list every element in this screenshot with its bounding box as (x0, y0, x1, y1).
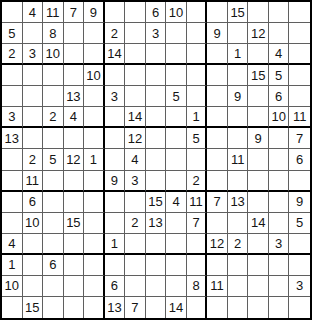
cell-r9c7-given[interactable]: 15 (146, 192, 167, 213)
cell-r4c5-given[interactable]: 3 (105, 86, 126, 107)
cell-r4c6-empty[interactable] (125, 86, 146, 107)
cell-r5c14-given[interactable]: 11 (289, 107, 310, 128)
cell-r12c4-empty[interactable] (84, 255, 105, 276)
cell-r7c10-empty[interactable] (207, 149, 228, 170)
cell-r14c9-empty[interactable] (187, 297, 208, 318)
cell-r13c14-given[interactable]: 3 (289, 276, 310, 297)
cell-r1c6-empty[interactable] (125, 23, 146, 44)
cell-r12c14-empty[interactable] (289, 255, 310, 276)
cell-r2c14-empty[interactable] (289, 44, 310, 65)
cell-r1c8-empty[interactable] (166, 23, 187, 44)
cell-r9c4-empty[interactable] (84, 192, 105, 213)
cell-r11c11-given[interactable]: 2 (228, 234, 249, 255)
cell-r9c12-empty[interactable] (248, 192, 269, 213)
cell-r9c1-given[interactable]: 6 (23, 192, 44, 213)
cell-r6c12-given[interactable]: 9 (248, 128, 269, 149)
cell-r3c12-given[interactable]: 15 (248, 65, 269, 86)
cell-r13c4-empty[interactable] (84, 276, 105, 297)
cell-r10c11-empty[interactable] (228, 213, 249, 234)
cell-r8c5-given[interactable]: 9 (105, 171, 126, 192)
cell-r5c4-empty[interactable] (84, 107, 105, 128)
cell-r14c2-empty[interactable] (43, 297, 64, 318)
cell-r12c1-empty[interactable] (23, 255, 44, 276)
cell-r9c9-given[interactable]: 11 (187, 192, 208, 213)
cell-r13c13-empty[interactable] (269, 276, 290, 297)
cell-r4c2-empty[interactable] (43, 86, 64, 107)
cell-r5c7-empty[interactable] (146, 107, 167, 128)
cell-r12c3-empty[interactable] (64, 255, 85, 276)
cell-r6c1-empty[interactable] (23, 128, 44, 149)
cell-r3c8-empty[interactable] (166, 65, 187, 86)
cell-r6c2-empty[interactable] (43, 128, 64, 149)
cell-r12c11-empty[interactable] (228, 255, 249, 276)
cell-r8c12-empty[interactable] (248, 171, 269, 192)
cell-r10c9-given[interactable]: 7 (187, 213, 208, 234)
cell-r7c14-given[interactable]: 6 (289, 149, 310, 170)
sudoku-board: 4117961015582391223101414101551335963241… (0, 0, 312, 320)
cell-r0c14-empty[interactable] (289, 2, 310, 23)
cell-r2c13-given[interactable]: 4 (269, 44, 290, 65)
cell-r11c1-empty[interactable] (23, 234, 44, 255)
cell-r0c12-empty[interactable] (248, 2, 269, 23)
cell-r7c11-given[interactable]: 11 (228, 149, 249, 170)
cell-r7c2-given[interactable]: 5 (43, 149, 64, 170)
cell-r7c3-given[interactable]: 12 (64, 149, 85, 170)
cell-r6c11-empty[interactable] (228, 128, 249, 149)
cell-r1c13-empty[interactable] (269, 23, 290, 44)
cell-r2c0-given[interactable]: 2 (2, 44, 23, 65)
cell-r2c11-given[interactable]: 1 (228, 44, 249, 65)
cell-r11c14-empty[interactable] (289, 234, 310, 255)
cell-r7c12-empty[interactable] (248, 149, 269, 170)
cell-r3c4-given[interactable]: 10 (84, 65, 105, 86)
cell-r7c0-empty[interactable] (2, 149, 23, 170)
cell-r5c1-empty[interactable] (23, 107, 44, 128)
cell-r13c5-given[interactable]: 6 (105, 276, 126, 297)
cell-r8c3-empty[interactable] (64, 171, 85, 192)
cell-r10c13-empty[interactable] (269, 213, 290, 234)
cell-r1c12-given[interactable]: 12 (248, 23, 269, 44)
cell-r1c11-empty[interactable] (228, 23, 249, 44)
cell-r9c11-given[interactable]: 13 (228, 192, 249, 213)
cell-r11c7-empty[interactable] (146, 234, 167, 255)
cell-r7c4-given[interactable]: 1 (84, 149, 105, 170)
cell-r9c6-empty[interactable] (125, 192, 146, 213)
cell-r10c6-given[interactable]: 2 (125, 213, 146, 234)
cell-r1c7-given[interactable]: 3 (146, 23, 167, 44)
cell-r8c1-given[interactable]: 11 (23, 171, 44, 192)
cell-r9c13-empty[interactable] (269, 192, 290, 213)
cell-r0c11-given[interactable]: 15 (228, 2, 249, 23)
cell-r9c0-empty[interactable] (2, 192, 23, 213)
cell-r9c10-given[interactable]: 7 (207, 192, 228, 213)
cell-r5c2-given[interactable]: 2 (43, 107, 64, 128)
cell-r11c13-given[interactable]: 3 (269, 234, 290, 255)
cell-r14c11-empty[interactable] (228, 297, 249, 318)
cell-r0c2-given[interactable]: 11 (43, 2, 64, 23)
cell-r6c14-given[interactable]: 7 (289, 128, 310, 149)
cell-r4c1-empty[interactable] (23, 86, 44, 107)
cell-r2c9-empty[interactable] (187, 44, 208, 65)
cell-r0c1-given[interactable]: 4 (23, 2, 44, 23)
cell-r6c7-empty[interactable] (146, 128, 167, 149)
cell-r4c0-empty[interactable] (2, 86, 23, 107)
cell-r4c11-given[interactable]: 9 (228, 86, 249, 107)
cell-r7c8-empty[interactable] (166, 149, 187, 170)
cell-r13c8-empty[interactable] (166, 276, 187, 297)
cell-r3c13-given[interactable]: 5 (269, 65, 290, 86)
cell-r9c8-given[interactable]: 4 (166, 192, 187, 213)
cell-r14c14-empty[interactable] (289, 297, 310, 318)
cell-r3c0-empty[interactable] (2, 65, 23, 86)
cell-r8c11-empty[interactable] (228, 171, 249, 192)
cell-r7c6-given[interactable]: 4 (125, 149, 146, 170)
cell-r4c14-empty[interactable] (289, 86, 310, 107)
cell-r4c13-given[interactable]: 6 (269, 86, 290, 107)
cell-r11c3-empty[interactable] (64, 234, 85, 255)
cell-r5c13-given[interactable]: 10 (269, 107, 290, 128)
cell-r10c7-given[interactable]: 13 (146, 213, 167, 234)
cell-r8c14-empty[interactable] (289, 171, 310, 192)
cell-r10c4-empty[interactable] (84, 213, 105, 234)
cell-r6c6-given[interactable]: 12 (125, 128, 146, 149)
cell-r14c7-empty[interactable] (146, 297, 167, 318)
cell-r13c9-given[interactable]: 8 (187, 276, 208, 297)
cell-r2c2-given[interactable]: 10 (43, 44, 64, 65)
cell-r0c7-given[interactable]: 6 (146, 2, 167, 23)
cell-r7c1-given[interactable]: 2 (23, 149, 44, 170)
cell-r13c1-empty[interactable] (23, 276, 44, 297)
cell-r0c9-empty[interactable] (187, 2, 208, 23)
cell-r0c0-empty[interactable] (2, 2, 23, 23)
cell-r2c12-empty[interactable] (248, 44, 269, 65)
cell-r13c3-empty[interactable] (64, 276, 85, 297)
cell-r3c9-empty[interactable] (187, 65, 208, 86)
cell-r7c9-empty[interactable] (187, 149, 208, 170)
cell-r8c6-given[interactable]: 3 (125, 171, 146, 192)
cell-r8c10-empty[interactable] (207, 171, 228, 192)
cell-r3c2-empty[interactable] (43, 65, 64, 86)
cell-r12c0-given[interactable]: 1 (2, 255, 23, 276)
cell-r4c4-empty[interactable] (84, 86, 105, 107)
cell-r10c12-given[interactable]: 14 (248, 213, 269, 234)
cell-r4c10-empty[interactable] (207, 86, 228, 107)
cell-r6c8-empty[interactable] (166, 128, 187, 149)
cell-r14c8-given[interactable]: 14 (166, 297, 187, 318)
cell-r3c11-empty[interactable] (228, 65, 249, 86)
cell-r13c7-empty[interactable] (146, 276, 167, 297)
cell-r14c6-given[interactable]: 7 (125, 297, 146, 318)
cell-r12c2-given[interactable]: 6 (43, 255, 64, 276)
cell-r8c4-empty[interactable] (84, 171, 105, 192)
cell-r12c7-empty[interactable] (146, 255, 167, 276)
cell-r8c8-empty[interactable] (166, 171, 187, 192)
cell-r3c10-empty[interactable] (207, 65, 228, 86)
cell-r6c0-given[interactable]: 13 (2, 128, 23, 149)
cell-r2c4-empty[interactable] (84, 44, 105, 65)
cell-r6c9-given[interactable]: 5 (187, 128, 208, 149)
cell-r0c6-empty[interactable] (125, 2, 146, 23)
cell-r2c7-empty[interactable] (146, 44, 167, 65)
cell-r8c0-empty[interactable] (2, 171, 23, 192)
cell-r10c3-given[interactable]: 15 (64, 213, 85, 234)
cell-r1c3-empty[interactable] (64, 23, 85, 44)
cell-r14c0-empty[interactable] (2, 297, 23, 318)
cell-r9c3-empty[interactable] (64, 192, 85, 213)
cell-r10c14-given[interactable]: 5 (289, 213, 310, 234)
cell-r1c4-empty[interactable] (84, 23, 105, 44)
cell-r0c13-empty[interactable] (269, 2, 290, 23)
cell-r13c12-empty[interactable] (248, 276, 269, 297)
cell-r8c13-empty[interactable] (269, 171, 290, 192)
cell-r12c5-empty[interactable] (105, 255, 126, 276)
cell-r10c5-empty[interactable] (105, 213, 126, 234)
cell-r2c5-given[interactable]: 14 (105, 44, 126, 65)
cell-r10c1-given[interactable]: 10 (23, 213, 44, 234)
cell-r11c6-empty[interactable] (125, 234, 146, 255)
cell-r0c3-given[interactable]: 7 (64, 2, 85, 23)
cell-r5c5-empty[interactable] (105, 107, 126, 128)
cell-r12c6-empty[interactable] (125, 255, 146, 276)
cell-r6c13-empty[interactable] (269, 128, 290, 149)
cell-r12c8-empty[interactable] (166, 255, 187, 276)
cell-r14c13-empty[interactable] (269, 297, 290, 318)
cell-r14c5-given[interactable]: 13 (105, 297, 126, 318)
cell-r1c1-empty[interactable] (23, 23, 44, 44)
cell-r1c9-empty[interactable] (187, 23, 208, 44)
cell-r9c5-empty[interactable] (105, 192, 126, 213)
cell-r11c0-given[interactable]: 4 (2, 234, 23, 255)
cell-r0c10-empty[interactable] (207, 2, 228, 23)
cell-r11c4-empty[interactable] (84, 234, 105, 255)
cell-r6c3-empty[interactable] (64, 128, 85, 149)
cell-r12c12-empty[interactable] (248, 255, 269, 276)
cell-r5c3-given[interactable]: 4 (64, 107, 85, 128)
cell-r2c3-empty[interactable] (64, 44, 85, 65)
cell-r5c10-empty[interactable] (207, 107, 228, 128)
cell-r13c11-empty[interactable] (228, 276, 249, 297)
cell-r14c3-empty[interactable] (64, 297, 85, 318)
cell-r13c2-empty[interactable] (43, 276, 64, 297)
cell-r8c7-empty[interactable] (146, 171, 167, 192)
cell-r6c4-empty[interactable] (84, 128, 105, 149)
cell-r1c5-given[interactable]: 2 (105, 23, 126, 44)
cell-r13c10-given[interactable]: 11 (207, 276, 228, 297)
cell-r11c12-empty[interactable] (248, 234, 269, 255)
cell-r8c9-given[interactable]: 2 (187, 171, 208, 192)
sudoku-page: 4117961015582391223101414101551335963241… (0, 0, 312, 320)
cell-r5c11-empty[interactable] (228, 107, 249, 128)
cell-r1c10-given[interactable]: 9 (207, 23, 228, 44)
cell-r2c1-given[interactable]: 3 (23, 44, 44, 65)
cell-r7c5-empty[interactable] (105, 149, 126, 170)
cell-r5c12-empty[interactable] (248, 107, 269, 128)
cell-r11c10-given[interactable]: 12 (207, 234, 228, 255)
cell-r7c7-empty[interactable] (146, 149, 167, 170)
cell-r1c0-given[interactable]: 5 (2, 23, 23, 44)
cell-r4c7-empty[interactable] (146, 86, 167, 107)
cell-r0c5-empty[interactable] (105, 2, 126, 23)
cell-r5c0-given[interactable]: 3 (2, 107, 23, 128)
cell-r13c0-given[interactable]: 10 (2, 276, 23, 297)
cell-r11c8-empty[interactable] (166, 234, 187, 255)
cell-r4c8-given[interactable]: 5 (166, 86, 187, 107)
cell-r12c10-empty[interactable] (207, 255, 228, 276)
cell-r3c7-empty[interactable] (146, 65, 167, 86)
cell-r11c9-empty[interactable] (187, 234, 208, 255)
cell-r3c14-empty[interactable] (289, 65, 310, 86)
cell-r14c4-empty[interactable] (84, 297, 105, 318)
cell-r14c1-given[interactable]: 15 (23, 297, 44, 318)
cell-r12c13-empty[interactable] (269, 255, 290, 276)
cell-r3c5-empty[interactable] (105, 65, 126, 86)
cell-r3c3-empty[interactable] (64, 65, 85, 86)
cell-r11c5-given[interactable]: 1 (105, 234, 126, 255)
cell-r1c14-empty[interactable] (289, 23, 310, 44)
cell-r4c9-empty[interactable] (187, 86, 208, 107)
cell-r14c12-empty[interactable] (248, 297, 269, 318)
cell-r12c9-empty[interactable] (187, 255, 208, 276)
cell-r2c6-empty[interactable] (125, 44, 146, 65)
cell-r6c10-empty[interactable] (207, 128, 228, 149)
cell-r4c12-empty[interactable] (248, 86, 269, 107)
cell-r5c6-given[interactable]: 14 (125, 107, 146, 128)
cell-r2c10-empty[interactable] (207, 44, 228, 65)
cell-r7c13-empty[interactable] (269, 149, 290, 170)
cell-r10c0-empty[interactable] (2, 213, 23, 234)
cell-r13c6-empty[interactable] (125, 276, 146, 297)
cell-r3c1-empty[interactable] (23, 65, 44, 86)
cell-r1c2-given[interactable]: 8 (43, 23, 64, 44)
cell-r10c2-empty[interactable] (43, 213, 64, 234)
cell-r5c8-empty[interactable] (166, 107, 187, 128)
cell-r4c3-given[interactable]: 13 (64, 86, 85, 107)
cell-r11c2-empty[interactable] (43, 234, 64, 255)
cell-r0c8-given[interactable]: 10 (166, 2, 187, 23)
cell-r10c10-empty[interactable] (207, 213, 228, 234)
cell-r8c2-empty[interactable] (43, 171, 64, 192)
cell-r14c10-empty[interactable] (207, 297, 228, 318)
cell-r10c8-empty[interactable] (166, 213, 187, 234)
cell-r9c2-empty[interactable] (43, 192, 64, 213)
cell-r6c5-empty[interactable] (105, 128, 126, 149)
cell-r2c8-empty[interactable] (166, 44, 187, 65)
cell-r3c6-empty[interactable] (125, 65, 146, 86)
cell-r9c14-given[interactable]: 9 (289, 192, 310, 213)
cell-r5c9-given[interactable]: 1 (187, 107, 208, 128)
cell-r0c4-given[interactable]: 9 (84, 2, 105, 23)
